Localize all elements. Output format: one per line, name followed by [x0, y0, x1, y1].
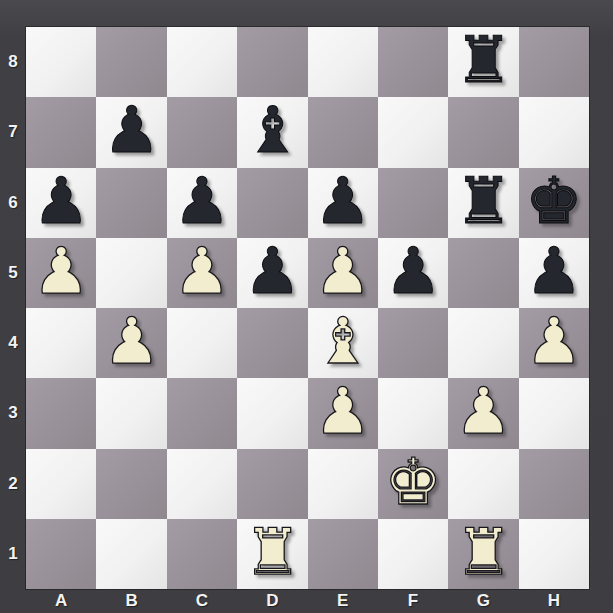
- square-f6[interactable]: [378, 168, 448, 238]
- piece-black-pawn-b7[interactable]: ♟: [103, 95, 160, 165]
- piece-white-pawn-e3[interactable]: ♟: [314, 376, 371, 446]
- rank-label-2: 2: [0, 449, 26, 519]
- square-d5[interactable]: ♟: [237, 238, 307, 308]
- square-e4[interactable]: ♝: [308, 308, 378, 378]
- square-g1[interactable]: ♜: [448, 519, 518, 589]
- rank-label-4: 4: [0, 308, 26, 378]
- square-h5[interactable]: ♟: [519, 238, 589, 308]
- square-g8[interactable]: ♜: [448, 27, 518, 97]
- file-label-d: D: [237, 589, 307, 613]
- square-a3[interactable]: [26, 378, 96, 448]
- square-f3[interactable]: [378, 378, 448, 448]
- square-a7[interactable]: [26, 97, 96, 167]
- square-d3[interactable]: [237, 378, 307, 448]
- square-e8[interactable]: [308, 27, 378, 97]
- square-c3[interactable]: [167, 378, 237, 448]
- piece-white-bishop-e4[interactable]: ♝: [314, 306, 371, 376]
- square-c4[interactable]: [167, 308, 237, 378]
- file-labels: ABCDEFGH: [26, 589, 589, 613]
- rank-label-3: 3: [0, 378, 26, 448]
- square-d4[interactable]: [237, 308, 307, 378]
- square-f8[interactable]: [378, 27, 448, 97]
- square-e6[interactable]: ♟: [308, 168, 378, 238]
- piece-white-pawn-a5[interactable]: ♟: [33, 236, 90, 306]
- piece-black-pawn-f5[interactable]: ♟: [384, 236, 441, 306]
- piece-black-pawn-d5[interactable]: ♟: [244, 236, 301, 306]
- square-f4[interactable]: [378, 308, 448, 378]
- piece-black-pawn-h5[interactable]: ♟: [525, 236, 582, 306]
- square-e1[interactable]: [308, 519, 378, 589]
- piece-white-pawn-h4[interactable]: ♟: [525, 306, 582, 376]
- square-d2[interactable]: [237, 449, 307, 519]
- square-d1[interactable]: ♜: [237, 519, 307, 589]
- square-a1[interactable]: [26, 519, 96, 589]
- square-g4[interactable]: [448, 308, 518, 378]
- file-label-h: H: [519, 589, 589, 613]
- square-g6[interactable]: ♜: [448, 168, 518, 238]
- square-b6[interactable]: [96, 168, 166, 238]
- square-e7[interactable]: [308, 97, 378, 167]
- file-label-e: E: [308, 589, 378, 613]
- square-b7[interactable]: ♟: [96, 97, 166, 167]
- file-label-c: C: [167, 589, 237, 613]
- piece-black-rook-g6[interactable]: ♜: [455, 166, 512, 236]
- rank-labels: 87654321: [0, 27, 26, 589]
- square-d8[interactable]: [237, 27, 307, 97]
- square-c2[interactable]: [167, 449, 237, 519]
- square-f1[interactable]: [378, 519, 448, 589]
- rank-label-5: 5: [0, 238, 26, 308]
- square-f5[interactable]: ♟: [378, 238, 448, 308]
- piece-black-king-h6[interactable]: ♚: [525, 166, 582, 236]
- square-f7[interactable]: [378, 97, 448, 167]
- square-c5[interactable]: ♟: [167, 238, 237, 308]
- square-g2[interactable]: [448, 449, 518, 519]
- rank-label-1: 1: [0, 519, 26, 589]
- square-g3[interactable]: ♟: [448, 378, 518, 448]
- piece-black-pawn-a6[interactable]: ♟: [33, 166, 90, 236]
- square-h2[interactable]: [519, 449, 589, 519]
- square-h7[interactable]: [519, 97, 589, 167]
- piece-white-king-f2[interactable]: ♚: [384, 447, 441, 517]
- file-label-g: G: [448, 589, 518, 613]
- file-label-a: A: [26, 589, 96, 613]
- file-label-f: F: [378, 589, 448, 613]
- rank-label-6: 6: [0, 168, 26, 238]
- square-a2[interactable]: [26, 449, 96, 519]
- piece-black-rook-g8[interactable]: ♜: [455, 25, 512, 95]
- square-h8[interactable]: [519, 27, 589, 97]
- square-h1[interactable]: [519, 519, 589, 589]
- square-h4[interactable]: ♟: [519, 308, 589, 378]
- piece-white-pawn-g3[interactable]: ♟: [455, 376, 512, 446]
- square-a6[interactable]: ♟: [26, 168, 96, 238]
- square-b2[interactable]: [96, 449, 166, 519]
- square-a5[interactable]: ♟: [26, 238, 96, 308]
- square-c8[interactable]: [167, 27, 237, 97]
- square-h6[interactable]: ♚: [519, 168, 589, 238]
- square-b3[interactable]: [96, 378, 166, 448]
- square-b5[interactable]: [96, 238, 166, 308]
- square-b8[interactable]: [96, 27, 166, 97]
- square-a4[interactable]: [26, 308, 96, 378]
- square-c6[interactable]: ♟: [167, 168, 237, 238]
- square-d7[interactable]: ♝: [237, 97, 307, 167]
- square-c7[interactable]: [167, 97, 237, 167]
- square-a8[interactable]: [26, 27, 96, 97]
- rank-label-7: 7: [0, 97, 26, 167]
- piece-black-pawn-e6[interactable]: ♟: [314, 166, 371, 236]
- square-e2[interactable]: [308, 449, 378, 519]
- square-g5[interactable]: [448, 238, 518, 308]
- piece-white-pawn-b4[interactable]: ♟: [103, 306, 160, 376]
- square-g7[interactable]: [448, 97, 518, 167]
- piece-black-pawn-c6[interactable]: ♟: [173, 166, 230, 236]
- square-f2[interactable]: ♚: [378, 449, 448, 519]
- square-c1[interactable]: [167, 519, 237, 589]
- piece-white-rook-d1[interactable]: ♜: [244, 517, 301, 587]
- piece-white-pawn-e5[interactable]: ♟: [314, 236, 371, 306]
- square-e3[interactable]: ♟: [308, 378, 378, 448]
- file-label-b: B: [96, 589, 166, 613]
- square-b4[interactable]: ♟: [96, 308, 166, 378]
- chessboard-frame: 87654321 ABCDEFGH ♜♟♝♟♟♟♜♚♟♟♟♟♟♟♟♝♟♟♟♚♜♜: [0, 0, 613, 613]
- square-d6[interactable]: [237, 168, 307, 238]
- chessboard: ♜♟♝♟♟♟♜♚♟♟♟♟♟♟♟♝♟♟♟♚♜♜: [26, 27, 589, 589]
- square-h3[interactable]: [519, 378, 589, 448]
- piece-white-rook-g1[interactable]: ♜: [455, 517, 512, 587]
- rank-label-8: 8: [0, 27, 26, 97]
- square-e5[interactable]: ♟: [308, 238, 378, 308]
- piece-black-bishop-d7[interactable]: ♝: [244, 95, 301, 165]
- piece-white-pawn-c5[interactable]: ♟: [173, 236, 230, 306]
- square-b1[interactable]: [96, 519, 166, 589]
